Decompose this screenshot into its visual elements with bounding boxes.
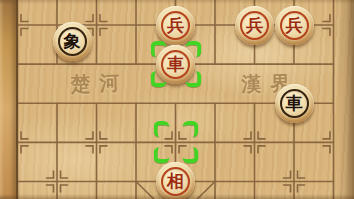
piece-glyph: 兵 bbox=[156, 6, 195, 45]
piece-glyph: 車 bbox=[275, 84, 314, 123]
xiangqi-board[interactable]: 楚河 漢界 象兵兵兵車車相 bbox=[0, 0, 354, 199]
piece-glyph: 車 bbox=[156, 45, 195, 84]
piece-red-chariot[interactable]: 車 bbox=[156, 45, 195, 84]
piece-red-soldier-3[interactable]: 兵 bbox=[275, 6, 314, 45]
piece-red-soldier-1[interactable]: 兵 bbox=[156, 6, 195, 45]
piece-glyph: 相 bbox=[156, 162, 195, 199]
piece-glyph: 兵 bbox=[235, 6, 274, 45]
piece-black-elephant[interactable]: 象 bbox=[53, 22, 92, 61]
piece-glyph: 象 bbox=[53, 22, 92, 61]
piece-red-minister[interactable]: 相 bbox=[156, 162, 195, 199]
piece-red-soldier-2[interactable]: 兵 bbox=[235, 6, 274, 45]
river-label-chu-he: 楚河 bbox=[61, 69, 129, 98]
piece-black-chariot[interactable]: 車 bbox=[275, 84, 314, 123]
board-frame-edge bbox=[0, 0, 18, 199]
piece-glyph: 兵 bbox=[275, 6, 314, 45]
